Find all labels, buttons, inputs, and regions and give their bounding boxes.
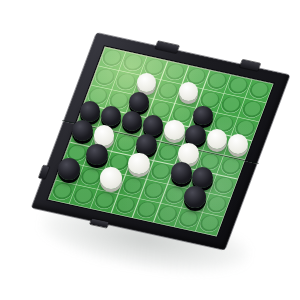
white-disc-c2[interactable] <box>137 73 156 92</box>
product-photo <box>0 0 300 300</box>
black-disc-b6[interactable] <box>86 144 107 165</box>
white-disc-b5[interactable] <box>94 125 115 146</box>
white-disc-h4[interactable] <box>228 134 248 154</box>
black-disc-a7[interactable] <box>58 158 80 180</box>
black-disc-f4[interactable] <box>185 125 205 145</box>
black-disc-c3[interactable] <box>129 92 149 112</box>
black-disc-d5[interactable] <box>136 134 157 155</box>
white-disc-e4[interactable] <box>164 120 184 140</box>
clip-tab-top-left <box>154 40 179 53</box>
white-disc-d6[interactable] <box>128 153 149 174</box>
black-disc-f6[interactable] <box>171 162 192 183</box>
black-disc-f3[interactable] <box>193 106 213 126</box>
black-disc-g7[interactable] <box>184 186 206 208</box>
notch-left-edge <box>38 165 50 180</box>
black-disc-a4[interactable] <box>80 101 100 121</box>
clip-tab-top-right <box>239 59 261 72</box>
white-disc-g4[interactable] <box>207 129 227 149</box>
white-disc-c7[interactable] <box>100 167 122 189</box>
white-disc-f5[interactable] <box>178 143 199 164</box>
black-disc-d4[interactable] <box>143 115 163 135</box>
